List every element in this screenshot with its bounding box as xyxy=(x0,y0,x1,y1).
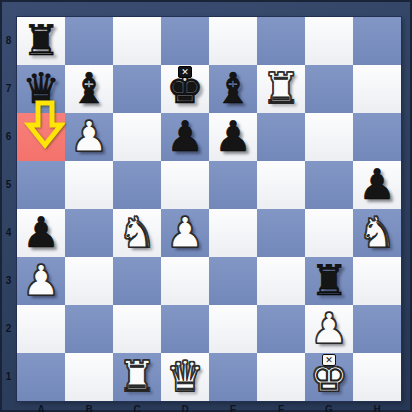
piece-white-pawn-b6[interactable]: ♟ xyxy=(65,113,113,161)
square-g6[interactable] xyxy=(305,113,353,161)
piece-white-rook-f7[interactable]: ♜ xyxy=(257,65,305,113)
piece-black-pawn-d6[interactable]: ♟ xyxy=(161,113,209,161)
square-f2[interactable] xyxy=(257,305,305,353)
rank-label-6: 6 xyxy=(0,113,17,161)
square-h8[interactable] xyxy=(353,17,401,65)
file-label-g: G xyxy=(305,404,353,412)
square-f3[interactable] xyxy=(257,257,305,305)
piece-black-rook-a8[interactable]: ♜ xyxy=(17,17,65,65)
square-g1[interactable]: ♚✕ xyxy=(305,353,353,401)
square-f1[interactable] xyxy=(257,353,305,401)
king-marker-icon: ✕ xyxy=(322,354,336,366)
square-f6[interactable] xyxy=(257,113,305,161)
square-f5[interactable] xyxy=(257,161,305,209)
square-g5[interactable] xyxy=(305,161,353,209)
square-g3[interactable]: ♜ xyxy=(305,257,353,305)
square-a6-highlighted[interactable] xyxy=(17,113,65,161)
piece-black-pawn-h5[interactable]: ♟ xyxy=(353,161,401,209)
file-label-e: E xyxy=(209,404,257,412)
square-c6[interactable] xyxy=(113,113,161,161)
square-g8[interactable] xyxy=(305,17,353,65)
square-b6[interactable]: ♟ xyxy=(65,113,113,161)
square-d4[interactable]: ♟ xyxy=(161,209,209,257)
square-f4[interactable] xyxy=(257,209,305,257)
chess-board-frame: 87654321 ABCDEFGH ♜♛♝♚✕♝♜♟♟♟♟♟♞♟♞♟♜♟♜♛♚✕ xyxy=(0,0,412,412)
square-h3[interactable] xyxy=(353,257,401,305)
square-a1[interactable] xyxy=(17,353,65,401)
square-f8[interactable] xyxy=(257,17,305,65)
square-g7[interactable] xyxy=(305,65,353,113)
rank-label-2: 2 xyxy=(0,305,17,353)
king-marker-icon: ✕ xyxy=(178,66,192,78)
square-c3[interactable] xyxy=(113,257,161,305)
square-d7[interactable]: ♚✕ xyxy=(161,65,209,113)
square-h2[interactable] xyxy=(353,305,401,353)
square-e7[interactable]: ♝ xyxy=(209,65,257,113)
piece-white-knight-h4[interactable]: ♞ xyxy=(353,209,401,257)
square-c1[interactable]: ♜ xyxy=(113,353,161,401)
rank-label-8: 8 xyxy=(0,17,17,65)
square-d1[interactable]: ♛ xyxy=(161,353,209,401)
square-h4[interactable]: ♞ xyxy=(353,209,401,257)
piece-white-rook-c1[interactable]: ♜ xyxy=(113,353,161,401)
chess-board: ♜♛♝♚✕♝♜♟♟♟♟♟♞♟♞♟♜♟♜♛♚✕ xyxy=(17,17,401,401)
square-e8[interactable] xyxy=(209,17,257,65)
piece-white-pawn-d4[interactable]: ♟ xyxy=(161,209,209,257)
square-d5[interactable] xyxy=(161,161,209,209)
square-h7[interactable] xyxy=(353,65,401,113)
rank-label-3: 3 xyxy=(0,257,17,305)
square-h5[interactable]: ♟ xyxy=(353,161,401,209)
square-b3[interactable] xyxy=(65,257,113,305)
square-b1[interactable] xyxy=(65,353,113,401)
square-d6[interactable]: ♟ xyxy=(161,113,209,161)
piece-white-pawn-a3[interactable]: ♟ xyxy=(17,257,65,305)
file-label-a: A xyxy=(17,404,65,412)
square-b7[interactable]: ♝ xyxy=(65,65,113,113)
square-e2[interactable] xyxy=(209,305,257,353)
square-g2[interactable]: ♟ xyxy=(305,305,353,353)
square-c7[interactable] xyxy=(113,65,161,113)
piece-black-queen-a7[interactable]: ♛ xyxy=(17,65,65,113)
rank-labels: 87654321 xyxy=(0,17,17,401)
piece-black-bishop-b7[interactable]: ♝ xyxy=(65,65,113,113)
square-a7[interactable]: ♛ xyxy=(17,65,65,113)
square-e1[interactable] xyxy=(209,353,257,401)
rank-label-1: 1 xyxy=(0,353,17,401)
square-e6[interactable]: ♟ xyxy=(209,113,257,161)
square-a3[interactable]: ♟ xyxy=(17,257,65,305)
piece-black-rook-g3[interactable]: ♜ xyxy=(305,257,353,305)
square-e3[interactable] xyxy=(209,257,257,305)
square-f7[interactable]: ♜ xyxy=(257,65,305,113)
file-label-c: C xyxy=(113,404,161,412)
square-c8[interactable] xyxy=(113,17,161,65)
rank-label-5: 5 xyxy=(0,161,17,209)
piece-black-pawn-a4[interactable]: ♟ xyxy=(17,209,65,257)
square-g4[interactable] xyxy=(305,209,353,257)
square-c5[interactable] xyxy=(113,161,161,209)
square-d2[interactable] xyxy=(161,305,209,353)
square-a4[interactable]: ♟ xyxy=(17,209,65,257)
square-b8[interactable] xyxy=(65,17,113,65)
square-c4[interactable]: ♞ xyxy=(113,209,161,257)
square-b4[interactable] xyxy=(65,209,113,257)
square-d3[interactable] xyxy=(161,257,209,305)
piece-black-pawn-e6[interactable]: ♟ xyxy=(209,113,257,161)
piece-white-pawn-g2[interactable]: ♟ xyxy=(305,305,353,353)
rank-label-4: 4 xyxy=(0,209,17,257)
file-label-f: F xyxy=(257,404,305,412)
square-h6[interactable] xyxy=(353,113,401,161)
square-e4[interactable] xyxy=(209,209,257,257)
square-b2[interactable] xyxy=(65,305,113,353)
piece-black-bishop-e7[interactable]: ♝ xyxy=(209,65,257,113)
square-b5[interactable] xyxy=(65,161,113,209)
piece-white-knight-c4[interactable]: ♞ xyxy=(113,209,161,257)
file-label-b: B xyxy=(65,404,113,412)
square-a2[interactable] xyxy=(17,305,65,353)
rank-label-7: 7 xyxy=(0,65,17,113)
square-e5[interactable] xyxy=(209,161,257,209)
file-label-h: H xyxy=(353,404,401,412)
piece-white-queen-d1[interactable]: ♛ xyxy=(161,353,209,401)
square-a8[interactable]: ♜ xyxy=(17,17,65,65)
file-label-d: D xyxy=(161,404,209,412)
square-c2[interactable] xyxy=(113,305,161,353)
square-a5[interactable] xyxy=(17,161,65,209)
square-h1[interactable] xyxy=(353,353,401,401)
square-d8[interactable] xyxy=(161,17,209,65)
